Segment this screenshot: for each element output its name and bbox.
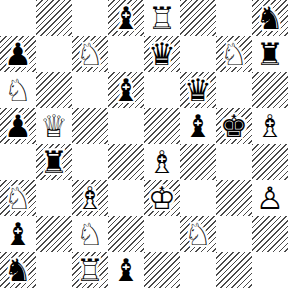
black-king-icon: ♚ <box>216 108 252 144</box>
black-rook-icon: ♜ <box>252 36 288 72</box>
square-c2[interactable]: ♞♘ <box>72 216 108 252</box>
piece-halo: ♞ <box>0 252 36 288</box>
piece-halo: ♜ <box>144 0 180 36</box>
square-d8[interactable]: ♝♝ <box>108 0 144 36</box>
square-g6[interactable] <box>216 72 252 108</box>
black-queen-icon: ♛ <box>144 36 180 72</box>
white-knight-icon: ♘ <box>180 216 216 252</box>
piece-halo: ♛ <box>36 108 72 144</box>
piece-halo: ♝ <box>180 108 216 144</box>
square-g8[interactable] <box>216 0 252 36</box>
square-f3[interactable] <box>180 180 216 216</box>
square-e6[interactable] <box>144 72 180 108</box>
black-knight-icon: ♞ <box>0 252 36 288</box>
square-a1[interactable]: ♞♞ <box>0 252 36 288</box>
black-bishop-icon: ♝ <box>108 252 144 288</box>
black-bishop-icon: ♝ <box>108 0 144 36</box>
square-g7[interactable]: ♞♘ <box>216 36 252 72</box>
piece-halo: ♟ <box>252 180 288 216</box>
square-f1[interactable] <box>180 252 216 288</box>
square-b6[interactable] <box>36 72 72 108</box>
square-c5[interactable] <box>72 108 108 144</box>
white-knight-icon: ♘ <box>72 36 108 72</box>
square-d7[interactable] <box>108 36 144 72</box>
square-f2[interactable]: ♞♘ <box>180 216 216 252</box>
square-f8[interactable] <box>180 0 216 36</box>
white-bishop-icon: ♗ <box>144 144 180 180</box>
black-pawn-icon: ♟ <box>0 108 36 144</box>
piece-halo: ♞ <box>252 0 288 36</box>
piece-halo: ♝ <box>252 108 288 144</box>
black-queen-icon: ♛ <box>180 72 216 108</box>
piece-halo: ♜ <box>72 252 108 288</box>
square-g3[interactable] <box>216 180 252 216</box>
square-a2[interactable]: ♝♝ <box>0 216 36 252</box>
square-e3[interactable]: ♚♔ <box>144 180 180 216</box>
square-g1[interactable] <box>216 252 252 288</box>
piece-halo: ♞ <box>216 36 252 72</box>
white-king-icon: ♔ <box>144 180 180 216</box>
square-a6[interactable]: ♞♘ <box>0 72 36 108</box>
square-h5[interactable]: ♝♗ <box>252 108 288 144</box>
piece-halo: ♛ <box>144 36 180 72</box>
black-pawn-icon: ♟ <box>0 36 36 72</box>
square-f7[interactable] <box>180 36 216 72</box>
square-f4[interactable] <box>180 144 216 180</box>
square-d3[interactable] <box>108 180 144 216</box>
square-b7[interactable] <box>36 36 72 72</box>
piece-halo: ♝ <box>108 72 144 108</box>
piece-halo: ♜ <box>36 144 72 180</box>
square-c7[interactable]: ♞♘ <box>72 36 108 72</box>
square-a4[interactable] <box>0 144 36 180</box>
piece-halo: ♞ <box>180 216 216 252</box>
square-c8[interactable] <box>72 0 108 36</box>
square-b1[interactable] <box>36 252 72 288</box>
square-b4[interactable]: ♜♜ <box>36 144 72 180</box>
black-rook-icon: ♜ <box>36 144 72 180</box>
white-pawn-icon: ♙ <box>252 180 288 216</box>
square-e5[interactable] <box>144 108 180 144</box>
square-e7[interactable]: ♛♛ <box>144 36 180 72</box>
square-a3[interactable]: ♞♘ <box>0 180 36 216</box>
piece-halo: ♝ <box>144 144 180 180</box>
piece-halo: ♝ <box>72 180 108 216</box>
square-b3[interactable] <box>36 180 72 216</box>
piece-halo: ♛ <box>180 72 216 108</box>
piece-halo: ♟ <box>0 108 36 144</box>
piece-halo: ♝ <box>0 216 36 252</box>
square-e1[interactable] <box>144 252 180 288</box>
square-g4[interactable] <box>216 144 252 180</box>
square-d4[interactable] <box>108 144 144 180</box>
white-knight-icon: ♘ <box>0 72 36 108</box>
piece-halo: ♟ <box>0 36 36 72</box>
square-f6[interactable]: ♛♛ <box>180 72 216 108</box>
square-b8[interactable] <box>36 0 72 36</box>
square-e4[interactable]: ♝♗ <box>144 144 180 180</box>
square-a7[interactable]: ♟♟ <box>0 36 36 72</box>
square-h3[interactable]: ♟♙ <box>252 180 288 216</box>
white-bishop-icon: ♗ <box>72 180 108 216</box>
square-h1[interactable] <box>252 252 288 288</box>
square-g2[interactable] <box>216 216 252 252</box>
square-d5[interactable] <box>108 108 144 144</box>
square-c1[interactable]: ♜♖ <box>72 252 108 288</box>
piece-halo: ♞ <box>0 72 36 108</box>
square-h2[interactable] <box>252 216 288 252</box>
square-b2[interactable] <box>36 216 72 252</box>
square-d6[interactable]: ♝♝ <box>108 72 144 108</box>
white-knight-icon: ♘ <box>0 180 36 216</box>
square-a5[interactable]: ♟♟ <box>0 108 36 144</box>
white-rook-icon: ♖ <box>72 252 108 288</box>
square-d2[interactable] <box>108 216 144 252</box>
black-bishop-icon: ♝ <box>180 108 216 144</box>
square-h7[interactable]: ♜♜ <box>252 36 288 72</box>
white-rook-icon: ♖ <box>144 0 180 36</box>
black-knight-icon: ♞ <box>252 0 288 36</box>
square-h4[interactable] <box>252 144 288 180</box>
white-queen-icon: ♕ <box>36 108 72 144</box>
square-h8[interactable]: ♞♞ <box>252 0 288 36</box>
white-bishop-icon: ♗ <box>252 108 288 144</box>
square-a8[interactable] <box>0 0 36 36</box>
piece-halo: ♞ <box>72 36 108 72</box>
square-b5[interactable]: ♛♕ <box>36 108 72 144</box>
square-e8[interactable]: ♜♖ <box>144 0 180 36</box>
square-d1[interactable]: ♝♝ <box>108 252 144 288</box>
chess-board: ♝♝♜♖♞♞♟♟♞♘♛♛♞♘♜♜♞♘♝♝♛♛♟♟♛♕♝♝♚♚♝♗♜♜♝♗♞♘♝♗… <box>0 0 288 288</box>
square-g5[interactable]: ♚♚ <box>216 108 252 144</box>
square-e2[interactable] <box>144 216 180 252</box>
square-c3[interactable]: ♝♗ <box>72 180 108 216</box>
piece-halo: ♞ <box>72 216 108 252</box>
piece-halo: ♝ <box>108 252 144 288</box>
piece-halo: ♚ <box>216 108 252 144</box>
black-bishop-icon: ♝ <box>108 72 144 108</box>
piece-halo: ♚ <box>144 180 180 216</box>
black-bishop-icon: ♝ <box>0 216 36 252</box>
square-h6[interactable] <box>252 72 288 108</box>
piece-halo: ♜ <box>252 36 288 72</box>
square-f5[interactable]: ♝♝ <box>180 108 216 144</box>
white-knight-icon: ♘ <box>216 36 252 72</box>
square-c4[interactable] <box>72 144 108 180</box>
piece-halo: ♞ <box>0 180 36 216</box>
square-c6[interactable] <box>72 72 108 108</box>
piece-halo: ♝ <box>108 0 144 36</box>
white-knight-icon: ♘ <box>72 216 108 252</box>
